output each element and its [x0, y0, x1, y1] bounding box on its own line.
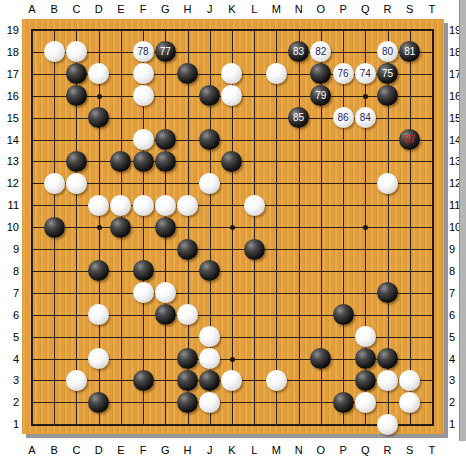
- go-board[interactable]: 7877838280817674757985868487: [22, 19, 444, 434]
- stone-black-P6: [333, 304, 354, 325]
- stone-white-D11: [88, 195, 109, 216]
- col-label-bottom: N: [291, 443, 307, 457]
- col-label-top: B: [46, 2, 62, 16]
- col-label-bottom: B: [46, 443, 62, 457]
- stone-white-B18: [44, 41, 65, 62]
- stone-white-S2: [399, 392, 420, 413]
- col-label-bottom: G: [157, 443, 173, 457]
- row-label-left: 10: [0, 220, 19, 234]
- col-label-bottom: J: [202, 443, 218, 457]
- row-label-left: 2: [0, 395, 19, 409]
- window-edge-strip: [459, 0, 466, 441]
- stone-black-D2: [88, 392, 109, 413]
- stone-white-F18: 78: [133, 41, 154, 62]
- col-label-top: H: [180, 2, 196, 16]
- stone-black-B10: [44, 217, 65, 238]
- move-number: 83: [293, 46, 304, 57]
- stone-black-H2: [177, 392, 198, 413]
- stone-white-F11: [133, 195, 154, 216]
- row-label-left: 3: [0, 373, 19, 387]
- stone-white-S3: [399, 370, 420, 391]
- row-label-left: 5: [0, 330, 19, 344]
- stone-white-C3: [66, 370, 87, 391]
- col-label-top: A: [24, 2, 40, 16]
- row-label-left: 17: [0, 67, 19, 81]
- move-number: 77: [160, 46, 171, 57]
- col-label-bottom: M: [268, 443, 284, 457]
- stone-white-G11: [155, 195, 176, 216]
- stone-black-R4: [377, 348, 398, 369]
- row-label-left: 7: [0, 286, 19, 300]
- stone-white-F7: [133, 282, 154, 303]
- row-label-left: 8: [0, 264, 19, 278]
- col-label-top: O: [313, 2, 329, 16]
- row-label-left: 9: [0, 242, 19, 256]
- row-label-left: 18: [0, 45, 19, 59]
- stone-white-P17: 76: [333, 63, 354, 84]
- col-label-top: P: [335, 2, 351, 16]
- row-label-left: 14: [0, 133, 19, 147]
- col-label-bottom: C: [68, 443, 84, 457]
- col-label-bottom: Q: [357, 443, 373, 457]
- stone-black-J3: [199, 370, 220, 391]
- stone-black-Q3: [355, 370, 376, 391]
- stone-white-M3: [266, 370, 287, 391]
- col-label-bottom: D: [91, 443, 107, 457]
- stone-white-Q2: [355, 392, 376, 413]
- move-number: 84: [360, 112, 371, 123]
- stone-white-C12: [66, 173, 87, 194]
- move-number: 86: [338, 112, 349, 123]
- stone-black-G10: [155, 217, 176, 238]
- col-label-bottom: T: [424, 443, 440, 457]
- col-label-bottom: H: [180, 443, 196, 457]
- star-point: [97, 94, 102, 99]
- col-label-top: J: [202, 2, 218, 16]
- stone-black-F13: [133, 151, 154, 172]
- star-point: [230, 357, 235, 362]
- col-label-top: E: [113, 2, 129, 16]
- stone-white-F14: [133, 129, 154, 150]
- move-number: 85: [293, 112, 304, 123]
- stone-white-E11: [110, 195, 131, 216]
- stone-white-H11: [177, 195, 198, 216]
- go-app-screenshot: ABCDEFGHJKLMNOPQRST ABCDEFGHJKLMNOPQRST …: [0, 0, 466, 459]
- move-number: 81: [404, 46, 415, 57]
- row-label-left: 13: [0, 154, 19, 168]
- stone-black-H3: [177, 370, 198, 391]
- col-label-top: F: [135, 2, 151, 16]
- stone-black-E10: [110, 217, 131, 238]
- stone-black-P2: [333, 392, 354, 413]
- row-label-left: 6: [0, 308, 19, 322]
- stone-white-R1: [377, 414, 398, 435]
- col-label-bottom: P: [335, 443, 351, 457]
- stone-white-G7: [155, 282, 176, 303]
- move-number: 78: [138, 46, 149, 57]
- stone-black-G6: [155, 304, 176, 325]
- move-number: 76: [338, 68, 349, 79]
- col-label-bottom: L: [246, 443, 262, 457]
- move-number: 75: [382, 68, 393, 79]
- stone-white-D4: [88, 348, 109, 369]
- stone-white-J12: [199, 173, 220, 194]
- stone-white-R12: [377, 173, 398, 194]
- stone-black-Q4: [355, 348, 376, 369]
- move-number: 74: [360, 68, 371, 79]
- stone-black-H9: [177, 239, 198, 260]
- row-label-left: 11: [0, 198, 19, 212]
- stone-black-C16: [66, 85, 87, 106]
- col-label-top: L: [246, 2, 262, 16]
- move-number: 82: [315, 46, 326, 57]
- row-label-left: 4: [0, 352, 19, 366]
- stone-black-G14: [155, 129, 176, 150]
- col-label-top: K: [224, 2, 240, 16]
- col-label-top: M: [268, 2, 284, 16]
- row-label-left: 16: [0, 89, 19, 103]
- col-label-bottom: E: [113, 443, 129, 457]
- row-label-left: 19: [0, 23, 19, 37]
- row-label-left: 12: [0, 176, 19, 190]
- stone-white-B12: [44, 173, 65, 194]
- col-label-top: N: [291, 2, 307, 16]
- stone-white-F16: [133, 85, 154, 106]
- stone-white-J2: [199, 392, 220, 413]
- row-label-left: 1: [0, 417, 19, 431]
- col-label-top: T: [424, 2, 440, 16]
- col-label-top: D: [91, 2, 107, 16]
- col-label-bottom: A: [24, 443, 40, 457]
- stone-white-Q17: 74: [355, 63, 376, 84]
- move-number: 79: [315, 90, 326, 101]
- col-label-bottom: F: [135, 443, 151, 457]
- stone-white-L11: [244, 195, 265, 216]
- stone-black-L9: [244, 239, 265, 260]
- stone-white-F17: [133, 63, 154, 84]
- stone-black-F3: [133, 370, 154, 391]
- col-label-top: S: [402, 2, 418, 16]
- stone-white-Q15: 84: [355, 107, 376, 128]
- col-label-bottom: K: [224, 443, 240, 457]
- stone-black-F8: [133, 260, 154, 281]
- col-label-bottom: O: [313, 443, 329, 457]
- stone-white-P15: 86: [333, 107, 354, 128]
- col-label-top: R: [380, 2, 396, 16]
- col-label-bottom: R: [380, 443, 396, 457]
- last-move-number: 87: [404, 134, 415, 145]
- stone-white-Q5: [355, 326, 376, 347]
- stone-black-H4: [177, 348, 198, 369]
- stone-black-C13: [66, 151, 87, 172]
- col-label-top: Q: [357, 2, 373, 16]
- stone-black-G13: [155, 151, 176, 172]
- star-point: [97, 225, 102, 230]
- row-label-left: 15: [0, 111, 19, 125]
- stone-white-R3: [377, 370, 398, 391]
- col-label-top: G: [157, 2, 173, 16]
- move-number: 80: [382, 46, 393, 57]
- col-label-bottom: S: [402, 443, 418, 457]
- col-label-top: C: [68, 2, 84, 16]
